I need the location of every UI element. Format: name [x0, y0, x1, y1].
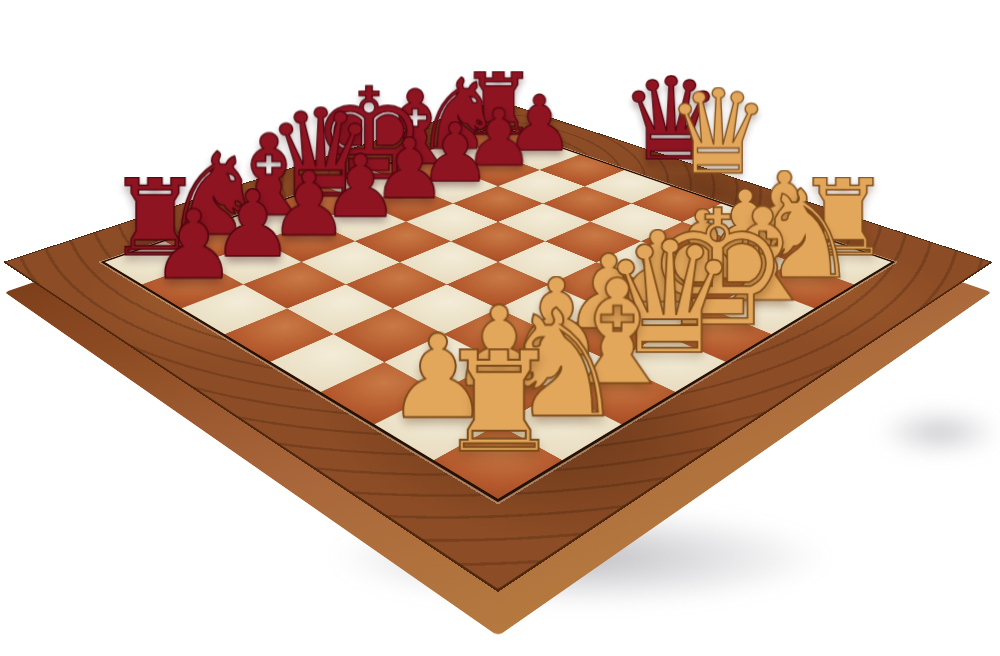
black-pawn: ♟ — [151, 208, 236, 284]
white-rook: ♜ — [437, 348, 562, 459]
playing-area: ♜♟♟♜♞♟♟♞♝♟♟♝♚♟♟♚♛♟♟♛♝♟♟♝♞♟♟♞♜♟♟♜ — [101, 125, 896, 502]
scene: ♜♟♟♜♞♟♟♞♝♟♟♝♚♟♟♚♛♟♟♛♝♟♟♝♞♟♟♞♜♟♟♜ ♛♛ — [0, 0, 1000, 656]
board-border: ♜♟♟♜♞♟♟♞♝♟♟♝♚♟♟♚♛♟♟♛♝♟♟♝♞♟♟♞♜♟♟♜ ♛♛ — [3, 100, 993, 592]
square-a1: ♜ — [434, 424, 563, 498]
chessboard: ♜♟♟♜♞♟♟♞♝♟♟♝♚♟♟♚♛♟♟♛♝♟♟♝♞♟♟♞♜♟♟♜ ♛♛ — [3, 100, 993, 592]
